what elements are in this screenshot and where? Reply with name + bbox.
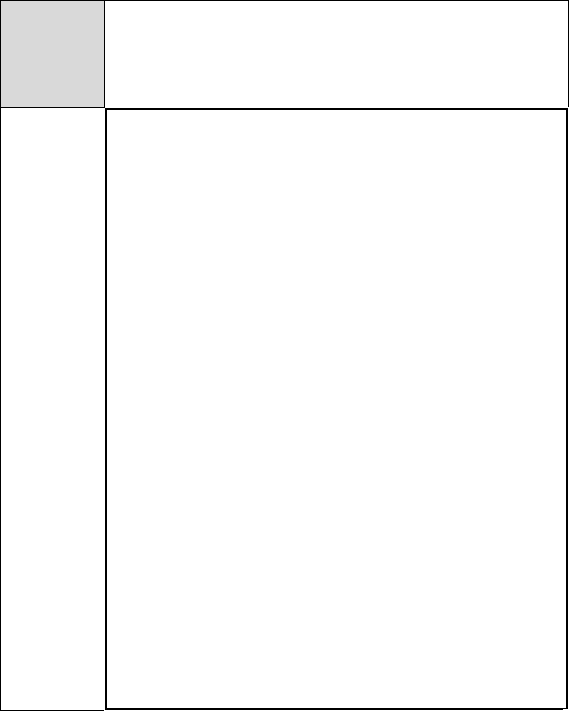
row-clues-area	[0, 108, 104, 711]
column-clues-area	[105, 0, 569, 107]
puzzle-grid	[105, 108, 568, 710]
nonogram-board	[0, 0, 569, 711]
corner-box	[0, 0, 105, 108]
